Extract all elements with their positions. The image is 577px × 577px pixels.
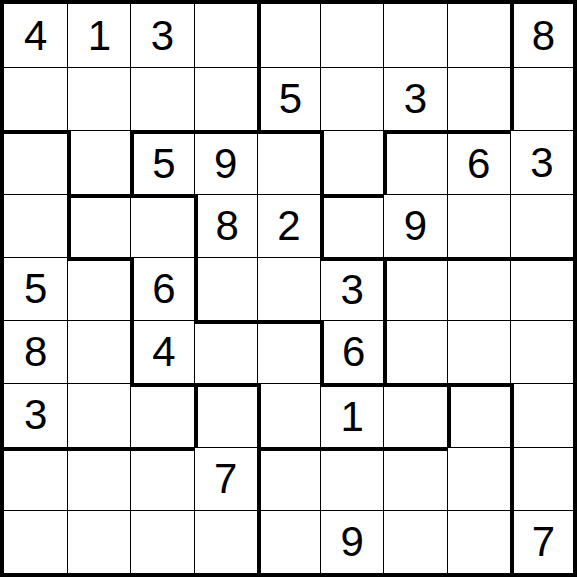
given-digit: 3 xyxy=(151,15,174,57)
cell-r8c6[interactable] xyxy=(320,447,383,510)
cell-r9c9[interactable]: 7 xyxy=(510,510,573,573)
cell-r2c1[interactable] xyxy=(4,67,67,130)
cell-r4c2[interactable] xyxy=(67,194,130,257)
cell-r5c5[interactable] xyxy=(257,257,320,320)
cell-r4c3[interactable] xyxy=(130,194,193,257)
cell-r7c7[interactable] xyxy=(383,383,446,446)
cell-r5c6[interactable]: 3 xyxy=(320,257,383,320)
cell-r6c1[interactable]: 8 xyxy=(4,320,67,383)
cell-r3c1[interactable] xyxy=(4,130,67,193)
cell-r6c9[interactable] xyxy=(510,320,573,383)
cell-r3c2[interactable] xyxy=(67,130,130,193)
given-digit: 8 xyxy=(24,331,47,373)
cell-r1c6[interactable] xyxy=(320,4,383,67)
cell-r4c7[interactable]: 9 xyxy=(383,194,446,257)
cell-r3c3[interactable]: 5 xyxy=(130,130,193,193)
cell-r6c2[interactable] xyxy=(67,320,130,383)
given-digit: 9 xyxy=(404,205,427,247)
cell-r3c9[interactable]: 3 xyxy=(510,130,573,193)
cell-r2c4[interactable] xyxy=(194,67,257,130)
cell-r7c6[interactable]: 1 xyxy=(320,383,383,446)
cell-r9c6[interactable]: 9 xyxy=(320,510,383,573)
given-digit: 3 xyxy=(341,269,364,311)
cell-r4c6[interactable] xyxy=(320,194,383,257)
given-digit: 7 xyxy=(214,458,237,500)
cell-r8c4[interactable]: 7 xyxy=(194,447,257,510)
cell-r6c5[interactable] xyxy=(257,320,320,383)
cell-r1c2[interactable]: 1 xyxy=(67,4,130,67)
cell-r7c2[interactable] xyxy=(67,383,130,446)
cell-r1c3[interactable]: 3 xyxy=(130,4,193,67)
cell-r6c6[interactable]: 6 xyxy=(320,320,383,383)
cell-r2c6[interactable] xyxy=(320,67,383,130)
given-digit: 8 xyxy=(532,15,555,57)
given-digit: 3 xyxy=(24,394,47,436)
cell-r3c8[interactable]: 6 xyxy=(447,130,510,193)
cell-r4c4[interactable]: 8 xyxy=(194,194,257,257)
cell-r2c8[interactable] xyxy=(447,67,510,130)
cell-r4c9[interactable] xyxy=(510,194,573,257)
cell-r2c3[interactable] xyxy=(130,67,193,130)
given-digit: 5 xyxy=(152,143,175,185)
given-digit: 6 xyxy=(342,331,365,373)
given-digit: 5 xyxy=(279,78,302,120)
cell-r5c9[interactable] xyxy=(510,257,573,320)
given-digit: 8 xyxy=(216,205,239,247)
cell-r9c1[interactable] xyxy=(4,510,67,573)
cell-r2c2[interactable] xyxy=(67,67,130,130)
cell-r3c7[interactable] xyxy=(383,130,446,193)
cell-r9c4[interactable] xyxy=(194,510,257,573)
cell-r3c5[interactable] xyxy=(257,130,320,193)
cell-r5c4[interactable] xyxy=(194,257,257,320)
cell-r9c7[interactable] xyxy=(383,510,446,573)
cell-r2c5[interactable]: 5 xyxy=(257,67,320,130)
cell-r8c9[interactable] xyxy=(510,447,573,510)
cell-r1c1[interactable]: 4 xyxy=(4,4,67,67)
cell-r9c2[interactable] xyxy=(67,510,130,573)
cell-r1c7[interactable] xyxy=(383,4,446,67)
given-digit: 4 xyxy=(24,15,47,57)
cell-r9c8[interactable] xyxy=(447,510,510,573)
given-digit: 1 xyxy=(341,396,364,438)
given-digit: 3 xyxy=(404,78,427,120)
cell-r5c3[interactable]: 6 xyxy=(130,257,193,320)
cell-r8c1[interactable] xyxy=(4,447,67,510)
cell-r6c3[interactable]: 4 xyxy=(130,320,193,383)
cell-r8c7[interactable] xyxy=(383,447,446,510)
given-digit: 2 xyxy=(277,205,300,247)
sudoku-board: 413853596382956384631797 xyxy=(0,0,577,577)
cell-r4c1[interactable] xyxy=(4,194,67,257)
cell-r8c5[interactable] xyxy=(257,447,320,510)
given-digit: 4 xyxy=(152,331,175,373)
cell-r3c4[interactable]: 9 xyxy=(194,130,257,193)
given-digit: 1 xyxy=(88,15,111,57)
cell-r9c3[interactable] xyxy=(130,510,193,573)
cell-r9c5[interactable] xyxy=(257,510,320,573)
given-digit: 5 xyxy=(24,268,47,310)
given-digit: 7 xyxy=(532,521,555,563)
cell-r5c7[interactable] xyxy=(383,257,446,320)
cell-r7c4[interactable] xyxy=(194,383,257,446)
cell-r5c8[interactable] xyxy=(447,257,510,320)
cell-r2c7[interactable]: 3 xyxy=(383,67,446,130)
cell-r5c2[interactable] xyxy=(67,257,130,320)
cell-r1c4[interactable] xyxy=(194,4,257,67)
given-digit: 6 xyxy=(467,143,490,185)
cell-r8c3[interactable] xyxy=(130,447,193,510)
cell-r7c3[interactable] xyxy=(130,383,193,446)
cell-r1c5[interactable] xyxy=(257,4,320,67)
given-digit: 9 xyxy=(341,521,364,563)
cell-r8c2[interactable] xyxy=(67,447,130,510)
cell-r7c9[interactable] xyxy=(510,383,573,446)
cell-r2c9[interactable] xyxy=(510,67,573,130)
cell-r6c8[interactable] xyxy=(447,320,510,383)
cell-r1c9[interactable]: 8 xyxy=(510,4,573,67)
given-digit: 3 xyxy=(530,142,553,184)
cell-r6c7[interactable] xyxy=(383,320,446,383)
cell-r7c1[interactable]: 3 xyxy=(4,383,67,446)
cell-r5c1[interactable]: 5 xyxy=(4,257,67,320)
given-digit: 6 xyxy=(152,268,175,310)
cell-r1c8[interactable] xyxy=(447,4,510,67)
cell-r4c8[interactable] xyxy=(447,194,510,257)
cell-r3c6[interactable] xyxy=(320,130,383,193)
cell-r8c8[interactable] xyxy=(447,447,510,510)
cell-r6c4[interactable] xyxy=(194,320,257,383)
cell-r4c5[interactable]: 2 xyxy=(257,194,320,257)
given-digit: 9 xyxy=(214,143,237,185)
cell-r7c8[interactable] xyxy=(447,383,510,446)
cell-r7c5[interactable] xyxy=(257,383,320,446)
